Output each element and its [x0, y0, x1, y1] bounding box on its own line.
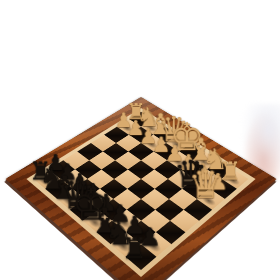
board-maple-margin: ♜♞♝♛♚♝♞♜♟♟♟♟♟♟♟♟♛♛♟♟♟♟♟♟♟♟♜♞♝♛♚♝♞♜ [26, 108, 255, 277]
chess-set-product-photo: ♜♞♝♛♚♝♞♜♟♟♟♟♟♟♟♟♛♛♟♟♟♟♟♟♟♟♜♞♝♛♚♝♞♜ [0, 0, 280, 280]
white-queen-extra: ♛ [188, 165, 223, 204]
square-h3: ♛ [197, 189, 225, 210]
board-frame-rosewood: ♜♞♝♛♚♝♞♜♟♟♟♟♟♟♟♟♛♛♟♟♟♟♟♟♟♟♜♞♝♛♚♝♞♜ [5, 97, 277, 280]
board-grid: ♜♞♝♛♚♝♞♜♟♟♟♟♟♟♟♟♛♛♟♟♟♟♟♟♟♟♜♞♝♛♚♝♞♜ [34, 112, 249, 270]
black-rook: ♜ [121, 234, 147, 263]
